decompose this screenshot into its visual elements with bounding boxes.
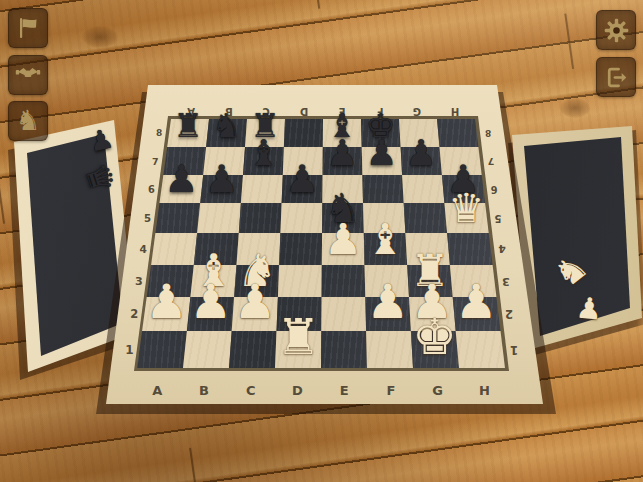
file-label-bottom-a: A bbox=[152, 383, 162, 398]
rank-label-right-2: 2 bbox=[505, 307, 513, 321]
white-pawn-a2[interactable]: ♟ bbox=[145, 279, 188, 326]
rank-label-right-4: 4 bbox=[498, 243, 505, 255]
flag-icon bbox=[15, 15, 41, 41]
rank-label-right-8: 8 bbox=[485, 128, 491, 138]
white-pawn-h2[interactable]: ♟ bbox=[455, 279, 498, 326]
rank-label-left-8: 8 bbox=[156, 128, 162, 138]
settings-button[interactable] bbox=[596, 10, 636, 50]
black-rook-a8[interactable]: ♜ bbox=[174, 110, 204, 143]
exit-button[interactable] bbox=[596, 57, 636, 97]
captured-black-pawn: ♟ bbox=[86, 124, 115, 155]
white-pawn-b2[interactable]: ♟ bbox=[190, 279, 233, 326]
rank-label-right-1: 1 bbox=[510, 343, 518, 357]
rank-label-left-3: 3 bbox=[135, 275, 143, 288]
white-bishop-f4[interactable]: ♝ bbox=[366, 218, 404, 261]
white-pawn-e4[interactable]: ♟ bbox=[324, 218, 362, 261]
black-pawn-f7[interactable]: ♟ bbox=[366, 135, 398, 170]
white-pawn-c2[interactable]: ♟ bbox=[234, 279, 277, 326]
chess-app-screen: ♟♛♞♟AABBCCDDEEFFGGHH1122334455667788♜♞♜♝… bbox=[0, 0, 643, 482]
handshake-icon bbox=[15, 62, 41, 88]
rank-label-left-4: 4 bbox=[140, 243, 147, 255]
rank-label-left-1: 1 bbox=[125, 343, 133, 357]
captured-white-pawn: ♟ bbox=[575, 293, 603, 324]
black-pawn-g7[interactable]: ♟ bbox=[405, 135, 437, 170]
black-pawn-a6[interactable]: ♟ bbox=[165, 161, 199, 199]
file-label-top-h: H bbox=[451, 106, 459, 117]
file-label-bottom-d: D bbox=[292, 383, 303, 398]
hint-button[interactable]: ♞ bbox=[8, 101, 48, 141]
black-pawn-e7[interactable]: ♟ bbox=[326, 135, 358, 170]
rank-label-left-5: 5 bbox=[144, 213, 151, 224]
file-label-top-d: D bbox=[300, 106, 308, 117]
rank-label-left-2: 2 bbox=[130, 307, 138, 321]
exit-icon bbox=[603, 64, 630, 91]
file-label-top-g: G bbox=[413, 106, 421, 117]
rank-label-right-5: 5 bbox=[494, 213, 501, 224]
file-label-bottom-e: E bbox=[340, 383, 349, 398]
black-knight-b8[interactable]: ♞ bbox=[212, 110, 242, 143]
white-king-g1[interactable]: ♚ bbox=[412, 313, 457, 363]
black-pawn-d6[interactable]: ♟ bbox=[285, 161, 319, 199]
rank-label-left-6: 6 bbox=[148, 184, 155, 195]
rank-label-left-7: 7 bbox=[152, 156, 159, 167]
rank-label-right-7: 7 bbox=[488, 156, 495, 167]
file-label-bottom-c: C bbox=[246, 383, 256, 398]
file-label-bottom-g: G bbox=[432, 383, 443, 398]
draw-offer-button[interactable] bbox=[8, 55, 48, 95]
file-label-bottom-f: F bbox=[386, 383, 395, 398]
white-rook-d1[interactable]: ♜ bbox=[276, 313, 321, 363]
file-label-bottom-b: B bbox=[199, 383, 209, 398]
file-label-bottom-h: H bbox=[479, 383, 490, 398]
black-pawn-b6[interactable]: ♟ bbox=[205, 161, 239, 199]
wood-knot bbox=[82, 26, 118, 48]
knight-icon: ♞ bbox=[15, 107, 40, 135]
white-queen-h5[interactable]: ♛ bbox=[448, 188, 484, 228]
black-bishop-c7[interactable]: ♝ bbox=[248, 135, 280, 170]
rank-label-right-6: 6 bbox=[491, 184, 498, 195]
resign-button[interactable] bbox=[8, 8, 48, 48]
gear-icon bbox=[603, 17, 630, 44]
white-pawn-f2[interactable]: ♟ bbox=[367, 279, 410, 326]
wood-knot bbox=[560, 98, 590, 118]
rank-label-right-3: 3 bbox=[502, 275, 510, 288]
